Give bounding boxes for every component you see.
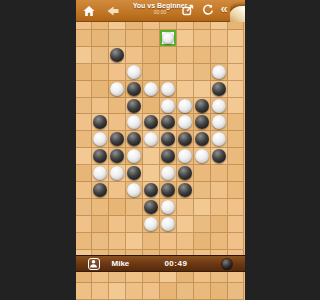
- white-stone: [212, 65, 226, 79]
- white-stone: [161, 217, 175, 231]
- white-stone: [212, 99, 226, 113]
- board-cell[interactable]: [76, 233, 93, 250]
- black-stone: [110, 132, 124, 146]
- board-cell[interactable]: [160, 216, 177, 233]
- board-cell[interactable]: [109, 22, 126, 30]
- white-stone: [212, 115, 226, 129]
- board-cell[interactable]: [126, 47, 143, 64]
- board-cell[interactable]: [177, 233, 194, 250]
- board-cell[interactable]: [92, 216, 109, 233]
- board-cell[interactable]: [143, 283, 160, 300]
- last-move-marker: [160, 30, 176, 46]
- board-cell[interactable]: [92, 148, 109, 165]
- board-cell[interactable]: [109, 81, 126, 98]
- board-cell[interactable]: [76, 98, 93, 115]
- board-cell[interactable]: [194, 64, 211, 81]
- board-cell[interactable]: [126, 22, 143, 30]
- board-cell[interactable]: [177, 216, 194, 233]
- board-cell[interactable]: [109, 30, 126, 47]
- board-cell[interactable]: [143, 22, 160, 30]
- black-stone: [110, 48, 124, 62]
- board-cell[interactable]: [109, 165, 126, 182]
- white-stone: [144, 82, 158, 96]
- board-cell[interactable]: [228, 182, 245, 199]
- board-cell[interactable]: [109, 131, 126, 148]
- board-cell[interactable]: [126, 98, 143, 115]
- board-cell[interactable]: [76, 22, 93, 30]
- board-cell[interactable]: [211, 283, 228, 300]
- app-screen: You vs Beginner 00:00 « Mike 00:49: [76, 0, 245, 300]
- board-cell[interactable]: [92, 64, 109, 81]
- white-stone: [161, 200, 175, 214]
- board-cell[interactable]: [76, 165, 93, 182]
- board-cell[interactable]: [194, 165, 211, 182]
- board-cell[interactable]: [126, 233, 143, 250]
- board-cell[interactable]: [194, 81, 211, 98]
- board-cell[interactable]: [160, 47, 177, 64]
- board-cell[interactable]: [76, 131, 93, 148]
- black-stone: [127, 82, 141, 96]
- board-cell[interactable]: [177, 165, 194, 182]
- board-cell[interactable]: [143, 182, 160, 199]
- board-cell[interactable]: [194, 182, 211, 199]
- board-cell[interactable]: [143, 148, 160, 165]
- white-stone: [127, 115, 141, 129]
- black-stone: [93, 115, 107, 129]
- white-stone: [110, 166, 124, 180]
- page-curl[interactable]: [230, 0, 245, 22]
- black-stone: [195, 115, 209, 129]
- white-stone: [178, 149, 192, 163]
- player-name: Mike: [112, 259, 130, 268]
- board-cell[interactable]: [211, 182, 228, 199]
- board-cell[interactable]: [126, 148, 143, 165]
- black-stone: [178, 183, 192, 197]
- white-stone: [212, 132, 226, 146]
- player-timer: 00:49: [164, 259, 187, 268]
- board-cell[interactable]: [92, 114, 109, 131]
- board-cell[interactable]: [160, 283, 177, 300]
- board-cell[interactable]: [228, 199, 245, 216]
- board-cell[interactable]: [126, 165, 143, 182]
- black-stone: [144, 200, 158, 214]
- black-stone: [178, 166, 192, 180]
- person-icon: [88, 258, 100, 270]
- board-cell[interactable]: [194, 233, 211, 250]
- board-cell[interactable]: [211, 64, 228, 81]
- board-cell[interactable]: [92, 47, 109, 64]
- board-cell[interactable]: [143, 199, 160, 216]
- board-cell[interactable]: [92, 165, 109, 182]
- match-subtitle-timer: 00:00: [133, 10, 188, 16]
- board-cell[interactable]: [228, 165, 245, 182]
- board-cell[interactable]: [228, 114, 245, 131]
- board-cell[interactable]: [92, 81, 109, 98]
- board-cell[interactable]: [76, 199, 93, 216]
- black-stone: [178, 132, 192, 146]
- board-cell[interactable]: [194, 98, 211, 115]
- player-bar: Mike 00:49: [76, 255, 245, 272]
- white-stone: [93, 166, 107, 180]
- board-cell[interactable]: [92, 182, 109, 199]
- board-cell[interactable]: [228, 47, 245, 64]
- board-cell[interactable]: [211, 216, 228, 233]
- board-cell[interactable]: [160, 81, 177, 98]
- board-cell[interactable]: [211, 131, 228, 148]
- black-stone: [93, 149, 107, 163]
- top-toolbar: You vs Beginner 00:00 «: [76, 0, 245, 22]
- board-cell[interactable]: [109, 98, 126, 115]
- black-stone: [93, 183, 107, 197]
- board-cell[interactable]: [92, 233, 109, 250]
- white-stone: [127, 65, 141, 79]
- board-cell[interactable]: [76, 283, 93, 300]
- white-stone: [144, 217, 158, 231]
- board-cell[interactable]: [143, 81, 160, 98]
- white-stone: [144, 132, 158, 146]
- board-cell[interactable]: [177, 47, 194, 64]
- board-cell[interactable]: [109, 114, 126, 131]
- black-stone: [127, 99, 141, 113]
- page-curl-fold: [230, 6, 245, 22]
- board-cell[interactable]: [160, 148, 177, 165]
- board-cell[interactable]: [211, 148, 228, 165]
- board-cell[interactable]: [194, 148, 211, 165]
- board-cell[interactable]: [211, 81, 228, 98]
- board-cell[interactable]: [143, 47, 160, 64]
- board-cell[interactable]: [177, 22, 194, 30]
- black-stone: [144, 183, 158, 197]
- board-cell[interactable]: [211, 22, 228, 30]
- board-cell[interactable]: [109, 233, 126, 250]
- board-cell[interactable]: [109, 216, 126, 233]
- board-cell[interactable]: [194, 216, 211, 233]
- board-cell[interactable]: [126, 30, 143, 47]
- board-cell[interactable]: [76, 216, 93, 233]
- board-cell[interactable]: [211, 47, 228, 64]
- board-cell[interactable]: [177, 81, 194, 98]
- board-cell[interactable]: [177, 182, 194, 199]
- board-cell[interactable]: [143, 216, 160, 233]
- white-stone: [162, 32, 175, 45]
- white-stone: [195, 149, 209, 163]
- double-chevron-left-icon[interactable]: «: [221, 1, 228, 16]
- board-cell[interactable]: [177, 283, 194, 300]
- board-cell[interactable]: [228, 98, 245, 115]
- board-cell[interactable]: [228, 22, 245, 30]
- board-cell[interactable]: [143, 64, 160, 81]
- board-cell[interactable]: [160, 114, 177, 131]
- board-cell[interactable]: [92, 283, 109, 300]
- white-stone: [110, 82, 124, 96]
- board-cell[interactable]: [194, 30, 211, 47]
- board-cell[interactable]: [211, 165, 228, 182]
- board-cell[interactable]: [177, 114, 194, 131]
- black-stone: [195, 132, 209, 146]
- board-cell[interactable]: [143, 165, 160, 182]
- board-cell[interactable]: [109, 283, 126, 300]
- board-cell[interactable]: [126, 81, 143, 98]
- black-stone: [212, 82, 226, 96]
- board-cell[interactable]: [194, 22, 211, 30]
- board-cell[interactable]: [76, 182, 93, 199]
- board-cell[interactable]: [143, 114, 160, 131]
- white-stone: [178, 115, 192, 129]
- board-cell[interactable]: [211, 98, 228, 115]
- board-cell[interactable]: [143, 30, 160, 47]
- board-cell[interactable]: [177, 131, 194, 148]
- board-cell[interactable]: [92, 131, 109, 148]
- board-cell[interactable]: [126, 283, 143, 300]
- black-stone: [161, 149, 175, 163]
- board-cell[interactable]: [109, 47, 126, 64]
- board-cell[interactable]: [143, 233, 160, 250]
- board-cell[interactable]: [228, 30, 245, 47]
- board-cell[interactable]: [160, 165, 177, 182]
- white-stone: [161, 82, 175, 96]
- board-cell[interactable]: [126, 216, 143, 233]
- board-cell[interactable]: [228, 81, 245, 98]
- board-cell[interactable]: [109, 182, 126, 199]
- white-stone: [93, 132, 107, 146]
- white-stone: [127, 183, 141, 197]
- black-stone: [110, 149, 124, 163]
- white-stone: [127, 149, 141, 163]
- board-cell[interactable]: [194, 283, 211, 300]
- board-cell[interactable]: [177, 64, 194, 81]
- board-cell[interactable]: [211, 114, 228, 131]
- board-cell[interactable]: [194, 199, 211, 216]
- board-cell[interactable]: [194, 47, 211, 64]
- restart-icon[interactable]: [202, 4, 214, 16]
- board-cell[interactable]: [177, 199, 194, 216]
- board-cell[interactable]: [228, 148, 245, 165]
- board-cell[interactable]: [126, 199, 143, 216]
- black-stone: [161, 115, 175, 129]
- board-cell[interactable]: [109, 199, 126, 216]
- board-cell[interactable]: [92, 199, 109, 216]
- black-stone: [161, 132, 175, 146]
- board-cell[interactable]: [76, 114, 93, 131]
- board-cell[interactable]: [126, 182, 143, 199]
- board-cell[interactable]: [92, 22, 109, 30]
- board-cell[interactable]: [126, 131, 143, 148]
- home-icon[interactable]: [83, 5, 95, 17]
- board-cell[interactable]: [177, 30, 194, 47]
- black-stone: [144, 115, 158, 129]
- board-cell[interactable]: [160, 98, 177, 115]
- share-icon[interactable]: [182, 4, 194, 16]
- back-arrow-icon[interactable]: [107, 5, 119, 17]
- match-title-block: You vs Beginner 00:00: [133, 2, 188, 15]
- board-cell[interactable]: [76, 64, 93, 81]
- white-stone: [161, 166, 175, 180]
- white-stone: [178, 99, 192, 113]
- board-cell[interactable]: [177, 98, 194, 115]
- black-stone: [127, 132, 141, 146]
- board-cell[interactable]: [211, 30, 228, 47]
- board-cell[interactable]: [76, 81, 93, 98]
- board-cell[interactable]: [160, 30, 177, 47]
- board-cell[interactable]: [228, 216, 245, 233]
- board-cell[interactable]: [126, 64, 143, 81]
- board-cell[interactable]: [109, 64, 126, 81]
- black-stone: [195, 99, 209, 113]
- board-cell[interactable]: [160, 182, 177, 199]
- board-cell[interactable]: [228, 131, 245, 148]
- board-cell[interactable]: [143, 131, 160, 148]
- board-cell[interactable]: [160, 131, 177, 148]
- board-cell[interactable]: [126, 114, 143, 131]
- board-cell[interactable]: [194, 131, 211, 148]
- board-cell[interactable]: [92, 98, 109, 115]
- board-cell[interactable]: [160, 233, 177, 250]
- black-stone: [127, 166, 141, 180]
- board-cell[interactable]: [143, 98, 160, 115]
- white-stone: [161, 99, 175, 113]
- board-cell[interactable]: [228, 283, 245, 300]
- black-stone: [161, 183, 175, 197]
- board-cell[interactable]: [211, 233, 228, 250]
- board-cell[interactable]: [177, 148, 194, 165]
- board-cell[interactable]: [211, 199, 228, 216]
- board-cell[interactable]: [109, 148, 126, 165]
- board-cell[interactable]: [76, 148, 93, 165]
- board-cell[interactable]: [194, 114, 211, 131]
- board-cell[interactable]: [76, 30, 93, 47]
- board-cell[interactable]: [92, 30, 109, 47]
- board-cell[interactable]: [160, 64, 177, 81]
- black-stone: [212, 149, 226, 163]
- board-cell[interactable]: [76, 47, 93, 64]
- turn-stone-indicator: [222, 259, 232, 269]
- board-cell[interactable]: [228, 233, 245, 250]
- board-cell[interactable]: [160, 199, 177, 216]
- board-cell[interactable]: [228, 64, 245, 81]
